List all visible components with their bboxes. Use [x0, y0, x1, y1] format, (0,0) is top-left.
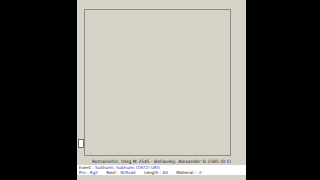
- material-value: -2: [197, 170, 201, 175]
- players-line: Romanishin, Oleg M 2545 - Beliavsky, Ale…: [77, 159, 246, 164]
- video-frame-panel: Romanishin, Oleg M 2545 - Beliavsky, Ale…: [77, 0, 246, 180]
- material-label: Material :: [176, 170, 196, 175]
- footer-band: Event : Sukhumi, Sukhumi (1972) URS Prv …: [77, 165, 246, 175]
- next-label: Next :: [106, 170, 119, 175]
- length-value: 64: [163, 170, 168, 175]
- status-row: Prv : Rg2 Next : W.Rxa5 Length : 64 Mate…: [77, 170, 246, 175]
- length-label: Length :: [144, 170, 161, 175]
- rank-labels-left: [77, 9, 84, 156]
- prev-move-value: Rg2: [90, 170, 98, 175]
- file-labels-top: [84, 0, 231, 9]
- side-to-move-indicator: [78, 139, 84, 148]
- prev-label: Prv :: [79, 170, 88, 175]
- next-move-value: W.Rxa5: [120, 170, 136, 175]
- chess-board: [84, 9, 231, 156]
